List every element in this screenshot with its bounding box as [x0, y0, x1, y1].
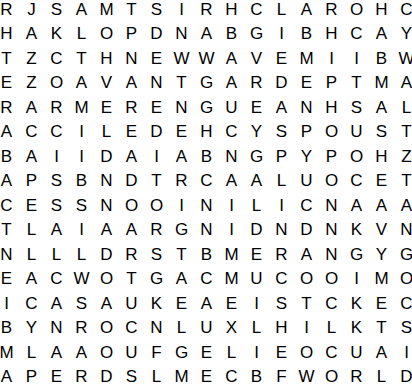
grid-cell[interactable]: B — [294, 22, 319, 47]
grid-cell[interactable]: I — [44, 144, 69, 169]
grid-cell[interactable]: D — [244, 218, 269, 243]
grid-cell[interactable]: C — [19, 291, 44, 316]
grid-cell[interactable]: P — [119, 22, 144, 47]
grid-cell[interactable]: U — [294, 169, 319, 194]
grid-cell[interactable]: E — [294, 71, 319, 96]
grid-cell[interactable]: N — [319, 193, 344, 218]
grid-cell[interactable]: H — [319, 95, 344, 120]
grid-cell[interactable]: A — [219, 169, 244, 194]
grid-cell[interactable]: A — [119, 218, 144, 243]
grid-cell[interactable]: D — [94, 365, 119, 386]
grid-cell[interactable]: P — [269, 144, 294, 169]
grid-cell[interactable]: R — [344, 365, 369, 386]
grid-cell[interactable]: G — [244, 22, 269, 47]
grid-cell[interactable]: S — [44, 0, 69, 22]
grid-cell[interactable]: W — [169, 46, 194, 71]
grid-cell[interactable]: D — [94, 242, 119, 267]
grid-cell[interactable]: L — [19, 340, 44, 365]
grid-cell[interactable]: J — [19, 0, 44, 22]
word-search-puzzle: RJSAMTSIRHCLAROHCHAKLOPDNABGIBHCAYTZCTHN… — [0, 0, 412, 386]
grid-cell[interactable]: E — [0, 71, 19, 96]
grid-cell[interactable]: B — [0, 144, 19, 169]
grid-cell[interactable]: A — [94, 218, 119, 243]
grid-cell[interactable]: E — [19, 193, 44, 218]
grid-cell[interactable]: A — [44, 291, 69, 316]
grid-cell[interactable]: I — [269, 22, 294, 47]
grid-cell[interactable]: E — [369, 291, 394, 316]
grid-cell[interactable]: C — [244, 0, 269, 22]
grid-cell[interactable]: U — [344, 120, 369, 145]
grid-cell[interactable]: U — [344, 340, 369, 365]
grid-cell[interactable]: A — [269, 95, 294, 120]
grid-cell[interactable]: O — [119, 193, 144, 218]
grid-cell[interactable]: I — [169, 0, 194, 22]
grid-cell[interactable]: L — [244, 193, 269, 218]
grid-cell[interactable]: A — [369, 22, 394, 47]
grid-cell[interactable]: I — [344, 267, 369, 292]
grid-cell[interactable]: D — [144, 120, 169, 145]
grid-cell[interactable]: R — [319, 0, 344, 22]
grid-cell[interactable]: S — [269, 120, 294, 145]
grid-cell[interactable]: C — [394, 291, 412, 316]
grid-cell[interactable]: A — [119, 71, 144, 96]
grid-cell[interactable]: A — [69, 71, 94, 96]
grid-cell[interactable]: C — [44, 120, 69, 145]
grid-cell[interactable]: P — [319, 71, 344, 96]
grid-cell[interactable]: S — [69, 193, 94, 218]
grid-cell[interactable]: R — [119, 242, 144, 267]
grid-cell[interactable]: L — [19, 218, 44, 243]
grid-cell[interactable]: T — [144, 169, 169, 194]
grid-cell[interactable]: G — [244, 144, 269, 169]
grid-cell[interactable]: D — [94, 144, 119, 169]
grid-cell[interactable]: N — [294, 95, 319, 120]
grid-cell[interactable]: E — [194, 365, 219, 386]
grid-cell[interactable]: O — [319, 169, 344, 194]
grid-cell[interactable]: E — [269, 340, 294, 365]
grid-cell[interactable]: G — [394, 242, 412, 267]
grid-cell[interactable]: W — [294, 365, 319, 386]
grid-cell[interactable]: C — [44, 267, 69, 292]
grid-cell[interactable]: N — [219, 144, 244, 169]
grid-cell[interactable]: X — [219, 316, 244, 341]
grid-cell[interactable]: V — [369, 218, 394, 243]
grid-cell[interactable]: S — [144, 242, 169, 267]
grid-cell[interactable]: N — [94, 193, 119, 218]
grid-cell[interactable]: O — [94, 340, 119, 365]
grid-cell[interactable]: M — [169, 365, 194, 386]
grid-cell[interactable]: C — [319, 340, 344, 365]
grid-cell[interactable]: T — [344, 71, 369, 96]
grid-cell[interactable]: A — [69, 340, 94, 365]
grid-cell[interactable]: R — [194, 0, 219, 22]
grid-cell[interactable]: M — [219, 267, 244, 292]
grid-cell[interactable]: N — [119, 46, 144, 71]
grid-cell[interactable]: N — [169, 22, 194, 47]
grid-cell[interactable]: Z — [19, 71, 44, 96]
grid-cell[interactable]: D — [269, 71, 294, 96]
grid-cell[interactable]: T — [119, 267, 144, 292]
grid-cell[interactable]: I — [319, 46, 344, 71]
grid-cell[interactable]: O — [44, 71, 69, 96]
grid-cell[interactable]: E — [94, 95, 119, 120]
grid-cell[interactable]: I — [169, 193, 194, 218]
grid-cell[interactable]: K — [344, 291, 369, 316]
grid-cell[interactable]: R — [0, 0, 19, 22]
grid-cell[interactable]: L — [144, 365, 169, 386]
grid-cell[interactable]: E — [194, 340, 219, 365]
grid-cell[interactable]: T — [394, 169, 412, 194]
grid-cell[interactable]: H — [369, 0, 394, 22]
grid-cell[interactable]: M — [69, 95, 94, 120]
grid-cell[interactable]: P — [319, 144, 344, 169]
grid-cell[interactable]: B — [194, 144, 219, 169]
grid-cell[interactable]: A — [19, 267, 44, 292]
grid-cell[interactable]: A — [369, 95, 394, 120]
grid-cell[interactable]: P — [294, 120, 319, 145]
grid-cell[interactable]: I — [394, 340, 412, 365]
grid-cell[interactable]: W — [194, 46, 219, 71]
grid-cell[interactable]: S — [69, 291, 94, 316]
grid-cell[interactable]: A — [194, 291, 219, 316]
grid-cell[interactable]: A — [19, 22, 44, 47]
grid-cell[interactable]: D — [144, 22, 169, 47]
grid-cell[interactable]: E — [219, 291, 244, 316]
grid-cell[interactable]: O — [94, 22, 119, 47]
grid-cell[interactable]: O — [319, 120, 344, 145]
grid-cell[interactable]: U — [119, 291, 144, 316]
grid-cell[interactable]: T — [119, 0, 144, 22]
grid-cell[interactable]: C — [44, 46, 69, 71]
grid-cell[interactable]: P — [19, 169, 44, 194]
grid-cell[interactable]: U — [194, 316, 219, 341]
grid-cell[interactable]: A — [244, 169, 269, 194]
grid-cell[interactable]: D — [394, 365, 412, 386]
grid-cell[interactable]: Y — [394, 22, 412, 47]
grid-cell[interactable]: A — [344, 193, 369, 218]
grid-cell[interactable]: C — [19, 120, 44, 145]
grid-cell[interactable]: R — [269, 242, 294, 267]
grid-cell[interactable]: E — [144, 95, 169, 120]
grid-cell[interactable]: I — [144, 144, 169, 169]
grid-cell[interactable]: K — [344, 316, 369, 341]
grid-cell[interactable]: F — [144, 340, 169, 365]
grid-cell[interactable]: O — [94, 316, 119, 341]
grid-cell[interactable]: E — [0, 267, 19, 292]
grid-cell[interactable]: S — [369, 120, 394, 145]
grid-cell[interactable]: H — [219, 0, 244, 22]
grid-cell[interactable]: O — [319, 267, 344, 292]
grid-cell[interactable]: A — [0, 365, 19, 386]
grid-cell[interactable]: K — [144, 291, 169, 316]
grid-cell[interactable]: A — [294, 242, 319, 267]
grid-cell[interactable]: N — [169, 95, 194, 120]
grid-cell[interactable]: O — [344, 0, 369, 22]
grid-cell[interactable]: G — [169, 340, 194, 365]
grid-cell[interactable]: G — [344, 242, 369, 267]
grid-cell[interactable]: M — [294, 46, 319, 71]
grid-cell[interactable]: A — [119, 144, 144, 169]
grid-cell[interactable]: T — [169, 242, 194, 267]
grid-cell[interactable]: N — [194, 193, 219, 218]
grid-cell[interactable]: Z — [19, 46, 44, 71]
grid-cell[interactable]: C — [0, 193, 19, 218]
grid-cell[interactable]: L — [269, 0, 294, 22]
grid-cell[interactable]: R — [119, 95, 144, 120]
grid-cell[interactable]: S — [269, 291, 294, 316]
grid-cell[interactable]: M — [0, 340, 19, 365]
grid-cell[interactable]: B — [194, 242, 219, 267]
grid-cell[interactable]: G — [144, 267, 169, 292]
grid-cell[interactable]: A — [169, 144, 194, 169]
grid-cell[interactable]: A — [394, 71, 412, 96]
grid-cell[interactable]: N — [269, 218, 294, 243]
grid-cell[interactable]: W — [394, 46, 412, 71]
grid-cell[interactable]: C — [294, 193, 319, 218]
grid-cell[interactable]: I — [294, 316, 319, 341]
grid-cell[interactable]: U — [219, 95, 244, 120]
grid-cell[interactable]: I — [0, 291, 19, 316]
grid-cell[interactable]: C — [219, 120, 244, 145]
grid-cell[interactable]: L — [19, 242, 44, 267]
grid-cell[interactable]: L — [44, 242, 69, 267]
grid-cell[interactable]: G — [169, 218, 194, 243]
grid-cell[interactable]: A — [19, 95, 44, 120]
grid-cell[interactable]: E — [244, 242, 269, 267]
grid-cell[interactable]: F — [269, 365, 294, 386]
grid-cell[interactable]: T — [294, 291, 319, 316]
grid-cell[interactable]: Y — [369, 242, 394, 267]
grid-cell[interactable]: O — [394, 267, 412, 292]
grid-cell[interactable]: T — [394, 120, 412, 145]
grid-cell[interactable]: C — [219, 365, 244, 386]
grid-cell[interactable]: C — [119, 316, 144, 341]
grid-cell[interactable]: K — [44, 22, 69, 47]
grid-cell[interactable]: N — [94, 169, 119, 194]
grid-cell[interactable]: O — [144, 193, 169, 218]
grid-cell[interactable]: B — [244, 365, 269, 386]
grid-cell[interactable]: B — [369, 46, 394, 71]
grid-cell[interactable]: L — [169, 316, 194, 341]
grid-cell[interactable]: C — [269, 267, 294, 292]
grid-cell[interactable]: A — [44, 218, 69, 243]
grid-cell[interactable]: E — [169, 120, 194, 145]
grid-cell[interactable]: A — [44, 340, 69, 365]
grid-cell[interactable]: U — [119, 340, 144, 365]
grid-cell[interactable]: O — [344, 144, 369, 169]
grid-cell[interactable]: C — [394, 0, 412, 22]
grid-cell[interactable]: I — [344, 46, 369, 71]
grid-cell[interactable]: U — [244, 267, 269, 292]
grid-cell[interactable]: M — [219, 242, 244, 267]
grid-cell[interactable]: N — [319, 242, 344, 267]
grid-cell[interactable]: O — [94, 267, 119, 292]
grid-cell[interactable]: Y — [19, 316, 44, 341]
grid-cell[interactable]: A — [219, 46, 244, 71]
grid-cell[interactable]: W — [69, 267, 94, 292]
grid-cell[interactable]: M — [369, 71, 394, 96]
grid-cell[interactable]: L — [269, 169, 294, 194]
grid-cell[interactable]: V — [94, 71, 119, 96]
grid-cell[interactable]: I — [219, 193, 244, 218]
grid-cell[interactable]: P — [19, 365, 44, 386]
grid-cell[interactable]: I — [219, 218, 244, 243]
grid-cell[interactable]: C — [344, 22, 369, 47]
grid-cell[interactable]: H — [94, 46, 119, 71]
grid-cell[interactable]: E — [119, 120, 144, 145]
grid-cell[interactable]: E — [269, 46, 294, 71]
grid-cell[interactable]: L — [394, 95, 412, 120]
grid-cell[interactable]: R — [144, 218, 169, 243]
grid-cell[interactable]: S — [44, 169, 69, 194]
grid-cell[interactable]: S — [119, 365, 144, 386]
grid-cell[interactable]: D — [119, 169, 144, 194]
grid-cell[interactable]: L — [319, 316, 344, 341]
grid-cell[interactable]: I — [269, 193, 294, 218]
grid-cell[interactable]: S — [44, 193, 69, 218]
grid-cell[interactable]: A — [194, 22, 219, 47]
grid-cell[interactable]: D — [294, 218, 319, 243]
grid-cell[interactable]: S — [394, 316, 412, 341]
grid-cell[interactable]: I — [69, 120, 94, 145]
grid-cell[interactable]: G — [194, 95, 219, 120]
grid-cell[interactable]: E — [44, 365, 69, 386]
grid-cell[interactable]: A — [94, 291, 119, 316]
grid-cell[interactable]: H — [369, 144, 394, 169]
grid-cell[interactable]: N — [394, 218, 412, 243]
grid-cell[interactable]: L — [244, 316, 269, 341]
grid-cell[interactable]: T — [369, 316, 394, 341]
word-search-grid: RJSAMTSIRHCLAROHCHAKLOPDNABGIBHCAYTZCTHN… — [0, 0, 412, 386]
grid-cell[interactable]: E — [244, 95, 269, 120]
grid-cell[interactable]: L — [94, 120, 119, 145]
grid-cell[interactable]: B — [219, 22, 244, 47]
grid-cell[interactable]: N — [0, 242, 19, 267]
grid-cell[interactable]: A — [169, 267, 194, 292]
grid-cell[interactable]: A — [0, 169, 19, 194]
grid-cell[interactable]: R — [169, 169, 194, 194]
grid-cell[interactable]: E — [144, 46, 169, 71]
grid-cell[interactable]: N — [319, 218, 344, 243]
grid-cell[interactable]: O — [319, 365, 344, 386]
grid-cell[interactable]: R — [0, 95, 19, 120]
grid-cell[interactable]: K — [344, 218, 369, 243]
grid-cell[interactable]: S — [144, 0, 169, 22]
grid-cell[interactable]: Y — [294, 144, 319, 169]
grid-cell[interactable]: A — [69, 0, 94, 22]
grid-cell[interactable]: N — [44, 316, 69, 341]
grid-cell[interactable]: T — [0, 46, 19, 71]
grid-cell[interactable]: E — [369, 169, 394, 194]
grid-cell[interactable]: Z — [394, 144, 412, 169]
grid-cell[interactable]: A — [369, 193, 394, 218]
grid-cell[interactable]: G — [194, 71, 219, 96]
grid-cell[interactable]: I — [244, 291, 269, 316]
grid-cell[interactable]: O — [294, 340, 319, 365]
grid-cell[interactable]: L — [369, 365, 394, 386]
grid-cell[interactable]: B — [0, 316, 19, 341]
grid-cell[interactable]: H — [194, 120, 219, 145]
grid-cell[interactable]: T — [169, 71, 194, 96]
grid-cell[interactable]: H — [0, 22, 19, 47]
grid-cell[interactable]: N — [144, 71, 169, 96]
grid-cell[interactable]: A — [219, 71, 244, 96]
grid-cell[interactable]: Y — [244, 120, 269, 145]
grid-cell[interactable]: A — [0, 120, 19, 145]
grid-cell[interactable]: I — [244, 340, 269, 365]
grid-cell[interactable]: R — [69, 365, 94, 386]
grid-cell[interactable]: R — [69, 316, 94, 341]
grid-cell[interactable]: O — [294, 267, 319, 292]
grid-cell[interactable]: A — [294, 0, 319, 22]
grid-cell[interactable]: B — [69, 169, 94, 194]
grid-cell[interactable]: L — [69, 242, 94, 267]
grid-cell[interactable]: H — [319, 22, 344, 47]
grid-cell[interactable]: T — [0, 218, 19, 243]
grid-cell[interactable]: C — [194, 267, 219, 292]
grid-cell[interactable]: L — [69, 22, 94, 47]
grid-cell[interactable]: E — [169, 291, 194, 316]
grid-cell[interactable]: A — [19, 144, 44, 169]
grid-cell[interactable]: R — [244, 71, 269, 96]
grid-cell[interactable]: N — [144, 316, 169, 341]
grid-cell[interactable]: M — [94, 0, 119, 22]
grid-cell[interactable]: T — [69, 46, 94, 71]
grid-cell[interactable]: H — [269, 316, 294, 341]
grid-cell[interactable]: L — [219, 340, 244, 365]
grid-cell[interactable]: S — [344, 95, 369, 120]
grid-cell[interactable]: I — [69, 218, 94, 243]
grid-cell[interactable]: A — [394, 193, 412, 218]
grid-cell[interactable]: C — [319, 291, 344, 316]
grid-cell[interactable]: A — [369, 340, 394, 365]
grid-cell[interactable]: C — [194, 169, 219, 194]
grid-cell[interactable]: I — [69, 144, 94, 169]
grid-cell[interactable]: V — [244, 46, 269, 71]
grid-cell[interactable]: N — [194, 218, 219, 243]
grid-cell[interactable]: R — [44, 95, 69, 120]
grid-cell[interactable]: M — [369, 267, 394, 292]
grid-cell[interactable]: C — [344, 169, 369, 194]
